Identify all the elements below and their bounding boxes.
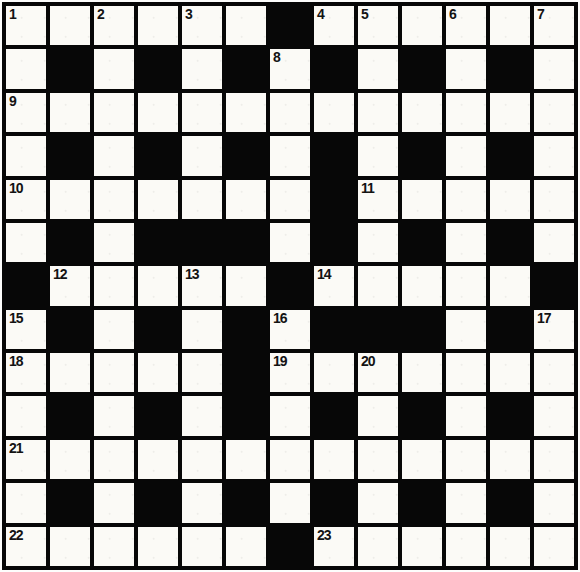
cell-r8c5[interactable] xyxy=(182,310,222,349)
cell-r2c5[interactable] xyxy=(182,49,222,88)
cell-r9c8[interactable] xyxy=(314,353,354,392)
cell-r11c12[interactable] xyxy=(490,440,530,479)
cell-r8c6 xyxy=(226,310,266,349)
cell-r4c7[interactable] xyxy=(270,136,310,175)
cell-r2c13[interactable] xyxy=(534,49,574,88)
clue-number-13: 13 xyxy=(185,266,199,283)
cell-r8c2 xyxy=(50,310,90,349)
cell-r9c9[interactable]: 20 xyxy=(358,353,398,392)
cell-r8c13[interactable]: 17 xyxy=(534,310,574,349)
cell-r12c4 xyxy=(138,483,178,522)
cell-r8c1[interactable]: 15 xyxy=(6,310,46,349)
clue-number-1: 1 xyxy=(9,6,16,23)
cell-r13c13[interactable] xyxy=(534,527,574,566)
cell-r7c9[interactable] xyxy=(358,266,398,305)
cell-r11c5[interactable] xyxy=(182,440,222,479)
cell-r1c3[interactable]: 2 xyxy=(94,6,134,45)
cell-r10c4 xyxy=(138,396,178,435)
cell-r7c3[interactable] xyxy=(94,266,134,305)
cell-r8c10 xyxy=(402,310,442,349)
clue-number-2: 2 xyxy=(97,6,104,23)
cell-r9c6 xyxy=(226,353,266,392)
cell-r9c10[interactable] xyxy=(402,353,442,392)
cell-r4c13[interactable] xyxy=(534,136,574,175)
clue-number-14: 14 xyxy=(317,266,331,283)
cell-r6c7[interactable] xyxy=(270,223,310,262)
cell-r6c4 xyxy=(138,223,178,262)
cell-r13c5[interactable] xyxy=(182,527,222,566)
cell-r13c1[interactable]: 22 xyxy=(6,527,46,566)
clue-number-23: 23 xyxy=(317,527,331,544)
cell-r11c6[interactable] xyxy=(226,440,266,479)
cell-r12c9[interactable] xyxy=(358,483,398,522)
clue-number-22: 22 xyxy=(9,527,23,544)
cell-r12c7[interactable] xyxy=(270,483,310,522)
cell-r7c1 xyxy=(6,266,46,305)
cell-r11c11[interactable] xyxy=(446,440,486,479)
cell-r5c2[interactable] xyxy=(50,180,90,219)
cell-r13c10[interactable] xyxy=(402,527,442,566)
cell-r7c8[interactable]: 14 xyxy=(314,266,354,305)
cell-r10c10 xyxy=(402,396,442,435)
cell-r4c4 xyxy=(138,136,178,175)
cell-r4c3[interactable] xyxy=(94,136,134,175)
cell-r8c8 xyxy=(314,310,354,349)
cell-r9c2[interactable] xyxy=(50,353,90,392)
cell-r7c2[interactable]: 12 xyxy=(50,266,90,305)
cell-r11c8[interactable] xyxy=(314,440,354,479)
cell-r8c9 xyxy=(358,310,398,349)
cell-r3c5[interactable] xyxy=(182,93,222,132)
cell-r7c10[interactable] xyxy=(402,266,442,305)
cell-r8c11[interactable] xyxy=(446,310,486,349)
cell-r7c12[interactable] xyxy=(490,266,530,305)
cell-r6c1[interactable] xyxy=(6,223,46,262)
cell-r2c6 xyxy=(226,49,266,88)
cell-r11c2[interactable] xyxy=(50,440,90,479)
cell-r1c2[interactable] xyxy=(50,6,90,45)
cell-r2c8 xyxy=(314,49,354,88)
cell-r12c3[interactable] xyxy=(94,483,134,522)
cell-r2c2 xyxy=(50,49,90,88)
cell-r3c8[interactable] xyxy=(314,93,354,132)
cell-r3c11[interactable] xyxy=(446,93,486,132)
cell-r10c11[interactable] xyxy=(446,396,486,435)
cell-r2c11[interactable] xyxy=(446,49,486,88)
cell-r9c12[interactable] xyxy=(490,353,530,392)
cell-r12c13[interactable] xyxy=(534,483,574,522)
cell-r8c4 xyxy=(138,310,178,349)
cell-r3c2[interactable] xyxy=(50,93,90,132)
cell-r5c8 xyxy=(314,180,354,219)
cell-r3c1[interactable]: 9 xyxy=(6,93,46,132)
clue-number-12: 12 xyxy=(53,266,67,283)
cell-r6c10 xyxy=(402,223,442,262)
cell-r9c3[interactable] xyxy=(94,353,134,392)
cell-r11c10[interactable] xyxy=(402,440,442,479)
cell-r5c4[interactable] xyxy=(138,180,178,219)
cell-r5c13[interactable] xyxy=(534,180,574,219)
cell-r8c12 xyxy=(490,310,530,349)
cell-r7c5[interactable]: 13 xyxy=(182,266,222,305)
cell-r6c11[interactable] xyxy=(446,223,486,262)
cell-r4c1[interactable] xyxy=(6,136,46,175)
clue-number-3: 3 xyxy=(185,6,192,23)
cell-r11c13[interactable] xyxy=(534,440,574,479)
cell-r5c9[interactable]: 11 xyxy=(358,180,398,219)
clue-number-19: 19 xyxy=(273,353,287,370)
cell-r6c3[interactable] xyxy=(94,223,134,262)
cell-r1c6[interactable] xyxy=(226,6,266,45)
cell-r10c12 xyxy=(490,396,530,435)
cell-r9c7[interactable]: 19 xyxy=(270,353,310,392)
cell-r9c11[interactable] xyxy=(446,353,486,392)
cell-r10c7[interactable] xyxy=(270,396,310,435)
cell-r2c1[interactable] xyxy=(6,49,46,88)
clue-number-9: 9 xyxy=(9,93,16,110)
cell-r1c5[interactable]: 3 xyxy=(182,6,222,45)
cell-r9c4[interactable] xyxy=(138,353,178,392)
cell-r1c4[interactable] xyxy=(138,6,178,45)
clue-number-11: 11 xyxy=(361,180,374,197)
cell-r4c2 xyxy=(50,136,90,175)
cell-r6c2 xyxy=(50,223,90,262)
cell-r4c10 xyxy=(402,136,442,175)
crossword-page: 1234567891011121314151617181920212223 xyxy=(0,0,580,572)
cell-r8c7[interactable]: 16 xyxy=(270,310,310,349)
cell-r12c10 xyxy=(402,483,442,522)
cell-r5c1[interactable]: 10 xyxy=(6,180,46,219)
cell-r4c9[interactable] xyxy=(358,136,398,175)
cell-r2c12 xyxy=(490,49,530,88)
cell-r3c4[interactable] xyxy=(138,93,178,132)
clue-number-16: 16 xyxy=(273,310,287,327)
cell-r13c9[interactable] xyxy=(358,527,398,566)
cell-r3c10[interactable] xyxy=(402,93,442,132)
cell-r5c7[interactable] xyxy=(270,180,310,219)
cell-r10c3[interactable] xyxy=(94,396,134,435)
cell-r3c13[interactable] xyxy=(534,93,574,132)
cell-r6c5 xyxy=(182,223,222,262)
cell-r2c9[interactable] xyxy=(358,49,398,88)
clue-number-20: 20 xyxy=(361,353,375,370)
cell-r11c9[interactable] xyxy=(358,440,398,479)
cell-r10c1[interactable] xyxy=(6,396,46,435)
cell-r12c6 xyxy=(226,483,266,522)
cell-r13c6[interactable] xyxy=(226,527,266,566)
cell-r3c7[interactable] xyxy=(270,93,310,132)
clue-number-18: 18 xyxy=(9,353,23,370)
cell-r2c3[interactable] xyxy=(94,49,134,88)
cell-r2c4 xyxy=(138,49,178,88)
cell-r2c10 xyxy=(402,49,442,88)
cell-r5c10[interactable] xyxy=(402,180,442,219)
cell-r13c2[interactable] xyxy=(50,527,90,566)
cell-r6c12 xyxy=(490,223,530,262)
cell-r3c6[interactable] xyxy=(226,93,266,132)
clue-number-4: 4 xyxy=(317,6,324,23)
cell-r13c3[interactable] xyxy=(94,527,134,566)
cell-r8c3[interactable] xyxy=(94,310,134,349)
cell-r12c8 xyxy=(314,483,354,522)
cell-r6c13[interactable] xyxy=(534,223,574,262)
cell-r5c5[interactable] xyxy=(182,180,222,219)
clue-number-7: 7 xyxy=(537,6,544,23)
clue-number-5: 5 xyxy=(361,6,368,23)
cell-r11c3[interactable] xyxy=(94,440,134,479)
cell-r4c8 xyxy=(314,136,354,175)
cell-r5c12[interactable] xyxy=(490,180,530,219)
cell-r10c9[interactable] xyxy=(358,396,398,435)
cell-r13c7 xyxy=(270,527,310,566)
cell-r9c1[interactable]: 18 xyxy=(6,353,46,392)
cell-r1c9[interactable]: 5 xyxy=(358,6,398,45)
cell-r12c11[interactable] xyxy=(446,483,486,522)
cell-r7c13 xyxy=(534,266,574,305)
cell-r4c5[interactable] xyxy=(182,136,222,175)
cell-r5c3[interactable] xyxy=(94,180,134,219)
cell-r6c8 xyxy=(314,223,354,262)
clue-number-15: 15 xyxy=(9,310,23,327)
cell-r5c6[interactable] xyxy=(226,180,266,219)
cell-r7c7 xyxy=(270,266,310,305)
cell-r9c13[interactable] xyxy=(534,353,574,392)
cell-r13c4[interactable] xyxy=(138,527,178,566)
cell-r3c12[interactable] xyxy=(490,93,530,132)
clue-number-10: 10 xyxy=(9,180,23,197)
cell-r12c12 xyxy=(490,483,530,522)
cell-r4c6 xyxy=(226,136,266,175)
cell-r10c6 xyxy=(226,396,266,435)
cell-r7c6[interactable] xyxy=(226,266,266,305)
cell-r5c11[interactable] xyxy=(446,180,486,219)
clue-number-21: 21 xyxy=(9,440,23,457)
cell-r1c10[interactable] xyxy=(402,6,442,45)
crossword-grid: 1234567891011121314151617181920212223 xyxy=(2,2,578,570)
cell-r1c11[interactable]: 6 xyxy=(446,6,486,45)
cell-r12c2 xyxy=(50,483,90,522)
cell-r1c12[interactable] xyxy=(490,6,530,45)
cell-r1c1[interactable]: 1 xyxy=(6,6,46,45)
cell-r13c8[interactable]: 23 xyxy=(314,527,354,566)
cell-r4c12 xyxy=(490,136,530,175)
cell-r4c11[interactable] xyxy=(446,136,486,175)
cell-r7c4[interactable] xyxy=(138,266,178,305)
cell-r2c7[interactable]: 8 xyxy=(270,49,310,88)
cell-r3c3[interactable] xyxy=(94,93,134,132)
cell-r3c9[interactable] xyxy=(358,93,398,132)
clue-number-17: 17 xyxy=(537,310,551,327)
cell-r6c6 xyxy=(226,223,266,262)
cell-r11c7[interactable] xyxy=(270,440,310,479)
cell-r10c8 xyxy=(314,396,354,435)
cell-r7c11[interactable] xyxy=(446,266,486,305)
clue-number-8: 8 xyxy=(273,49,280,66)
cell-r10c5[interactable] xyxy=(182,396,222,435)
cell-r1c13[interactable]: 7 xyxy=(534,6,574,45)
cell-r11c1[interactable]: 21 xyxy=(6,440,46,479)
cell-r13c11[interactable] xyxy=(446,527,486,566)
cell-r10c13[interactable] xyxy=(534,396,574,435)
cell-r6c9[interactable] xyxy=(358,223,398,262)
cell-r1c8[interactable]: 4 xyxy=(314,6,354,45)
cell-r1c7 xyxy=(270,6,310,45)
cell-r13c12[interactable] xyxy=(490,527,530,566)
clue-number-6: 6 xyxy=(449,6,456,23)
cell-r9c5[interactable] xyxy=(182,353,222,392)
cell-r12c1[interactable] xyxy=(6,483,46,522)
cell-r10c2 xyxy=(50,396,90,435)
cell-r11c4[interactable] xyxy=(138,440,178,479)
cell-r12c5[interactable] xyxy=(182,483,222,522)
